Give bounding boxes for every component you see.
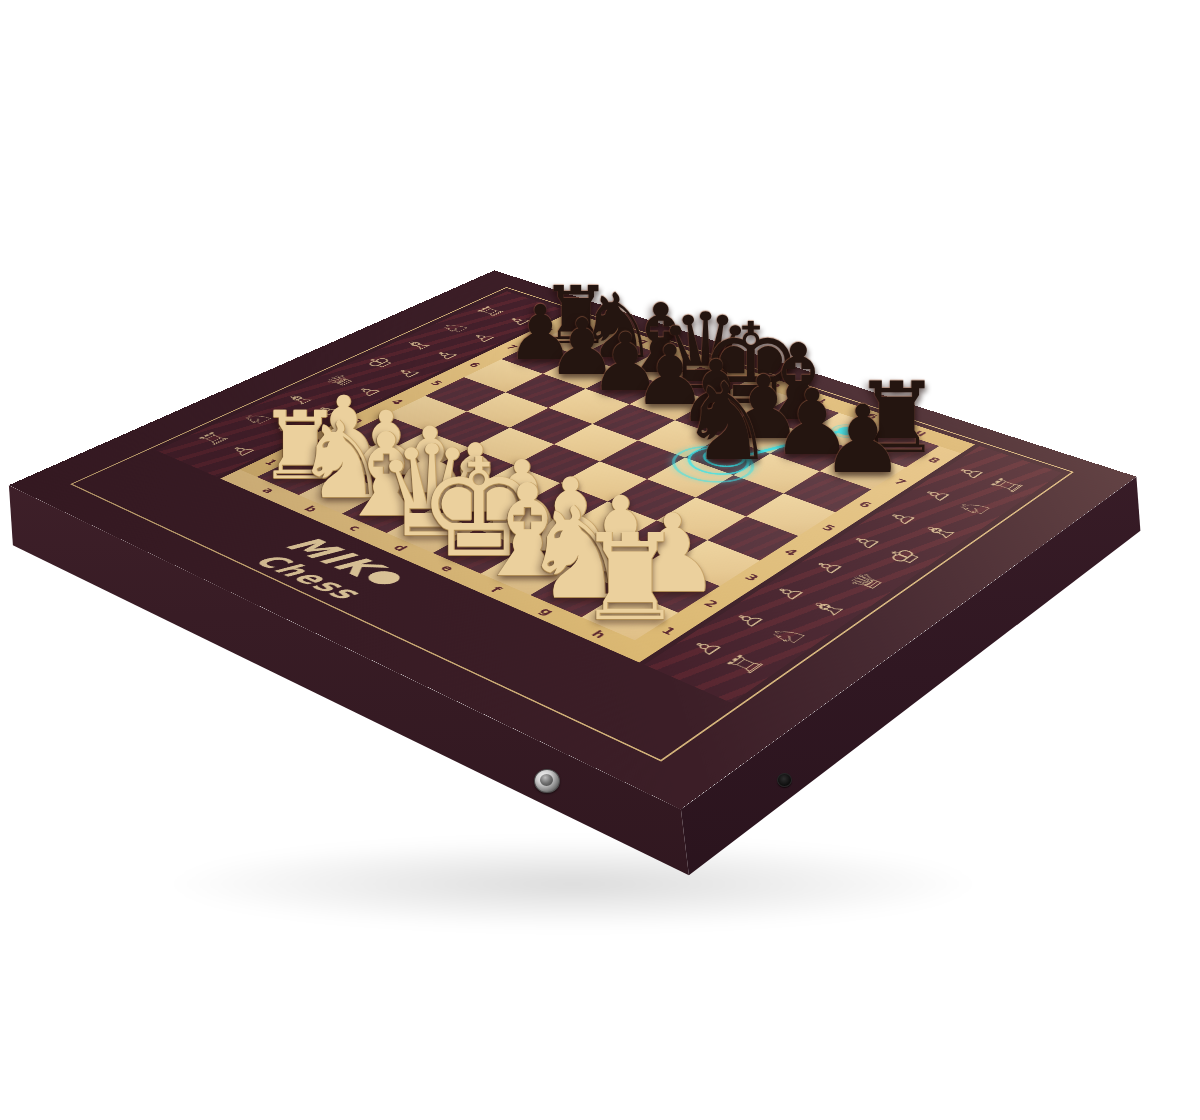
piece-black-knight-f6[interactable]: ♞ xyxy=(680,369,776,476)
piece-black-pawn-h7[interactable]: ♟ xyxy=(821,393,905,487)
power-button-center xyxy=(540,774,553,786)
ground-shadow xyxy=(163,839,983,929)
piece-white-rook-h1[interactable]: ♜ xyxy=(576,518,683,637)
aux-port-jack xyxy=(777,773,792,787)
smart-chessboard-photo: aabbccddeeffgghh1122334455667788 ♖♙♙♖♘♙♙… xyxy=(0,0,1200,1120)
